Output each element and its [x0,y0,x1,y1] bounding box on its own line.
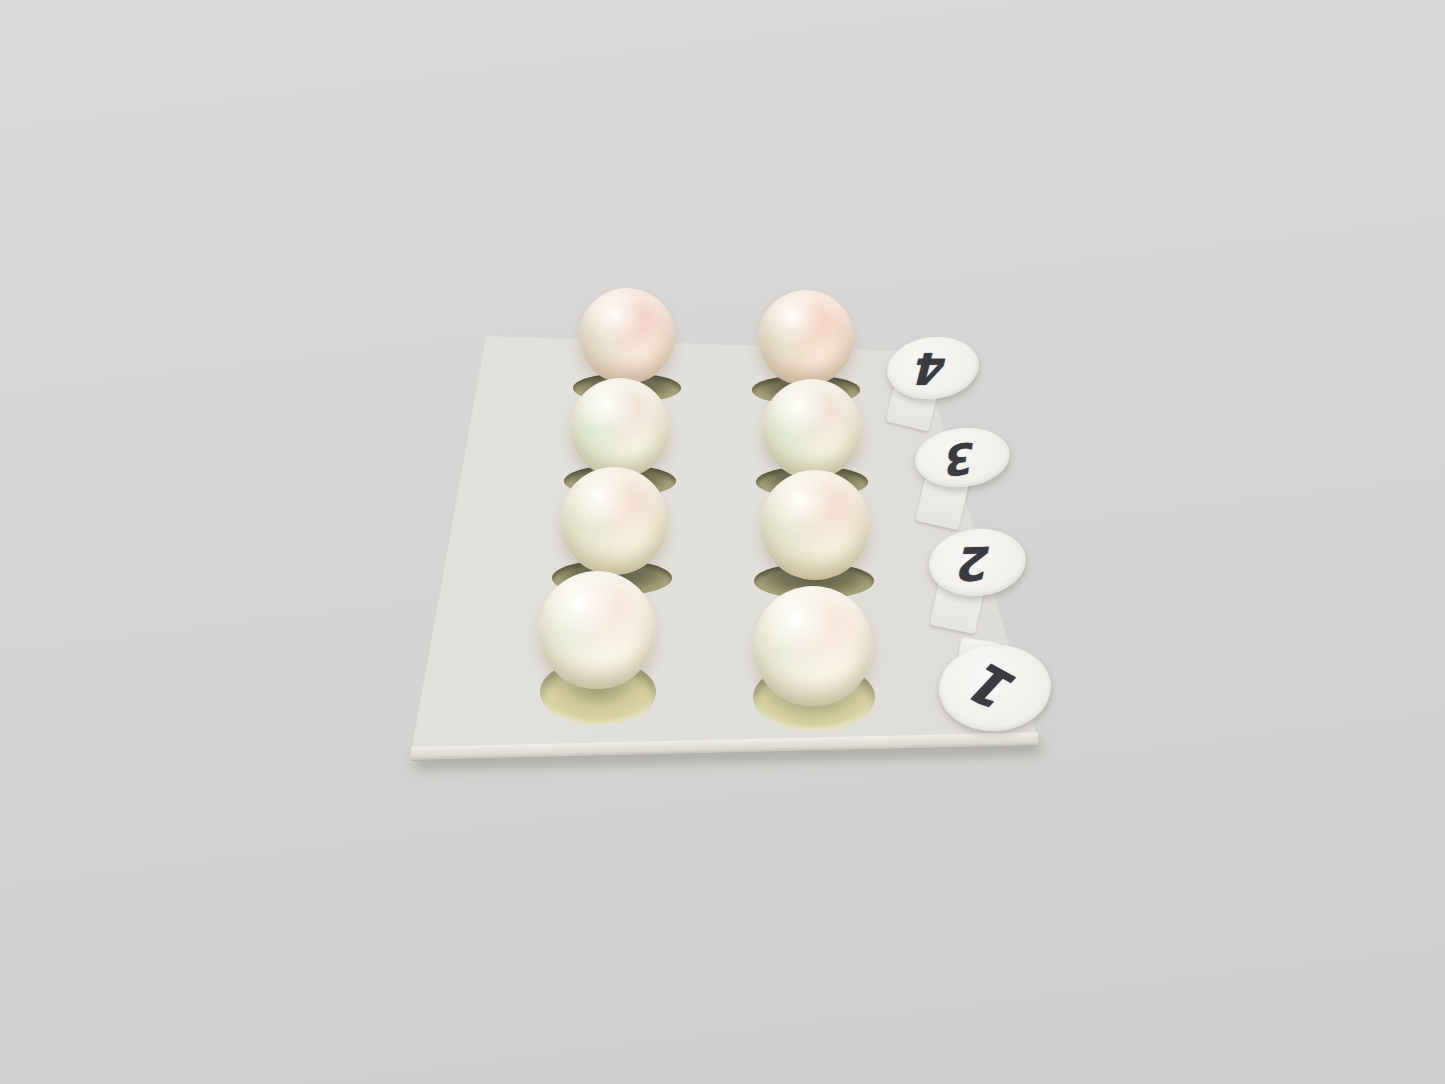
sticker-label: 1 [964,654,1025,722]
pearl-row4-col1 [579,288,675,384]
pearl-sample-card [0,0,1445,1084]
sticker-label: 4 [918,346,949,390]
pearl-row3-col2 [762,379,862,479]
pearl-row1-col2 [753,586,873,706]
sticker-label: 2 [960,538,994,585]
pearl-row1-col1 [538,571,656,689]
pearl-row4-col2 [758,290,854,386]
pearl-row2-col1 [560,467,668,575]
sticker-label: 3 [945,434,980,480]
pearl-row2-col2 [760,470,870,580]
photo-scene: 4321 [0,0,1445,1084]
pearl-row3-col1 [570,378,670,478]
